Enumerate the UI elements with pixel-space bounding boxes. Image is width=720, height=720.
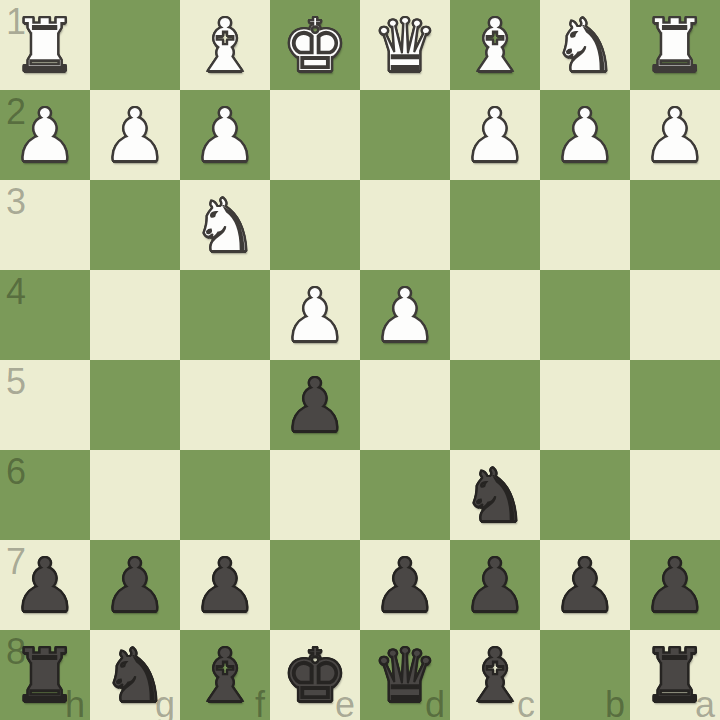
square-e2[interactable] <box>270 90 360 180</box>
white-pawn-icon[interactable]: ♟ <box>270 270 360 360</box>
white-pawn-icon[interactable]: ♟ <box>0 90 90 180</box>
black-pawn-icon[interactable]: ♟ <box>360 540 450 630</box>
rank-label-4: 4 <box>6 274 26 310</box>
square-f7[interactable]: ♟ <box>180 540 270 630</box>
square-a1[interactable]: ♜ <box>630 0 720 90</box>
rank-label-3: 3 <box>6 184 26 220</box>
square-a2[interactable]: ♟ <box>630 90 720 180</box>
square-c1[interactable]: ♝ <box>450 0 540 90</box>
white-rook-icon[interactable]: ♜ <box>0 0 90 90</box>
square-d3[interactable] <box>360 180 450 270</box>
chess-app: 1♜♝♚♛♝♞♜2♟♟♟♟♟♟3♞4♟♟5♟6♞7♟♟♟♟♟♟♟8h♜g♞f♝e… <box>0 0 720 720</box>
white-pawn-icon[interactable]: ♟ <box>90 90 180 180</box>
square-b7[interactable]: ♟ <box>540 540 630 630</box>
square-e8[interactable]: e♚ <box>270 630 360 720</box>
square-h6[interactable]: 6 <box>0 450 90 540</box>
black-pawn-icon[interactable]: ♟ <box>90 540 180 630</box>
chess-board: 1♜♝♚♛♝♞♜2♟♟♟♟♟♟3♞4♟♟5♟6♞7♟♟♟♟♟♟♟8h♜g♞f♝e… <box>0 0 720 720</box>
square-f6[interactable] <box>180 450 270 540</box>
square-a4[interactable] <box>630 270 720 360</box>
square-e6[interactable] <box>270 450 360 540</box>
black-king-icon[interactable]: ♚ <box>270 630 360 720</box>
square-c5[interactable] <box>450 360 540 450</box>
square-e5[interactable]: ♟ <box>270 360 360 450</box>
black-pawn-icon[interactable]: ♟ <box>630 540 720 630</box>
square-c6[interactable]: ♞ <box>450 450 540 540</box>
square-a3[interactable] <box>630 180 720 270</box>
black-knight-icon[interactable]: ♞ <box>90 630 180 720</box>
square-h4[interactable]: 4 <box>0 270 90 360</box>
square-h1[interactable]: 1♜ <box>0 0 90 90</box>
square-d8[interactable]: d♛ <box>360 630 450 720</box>
rank-label-6: 6 <box>6 454 26 490</box>
square-g7[interactable]: ♟ <box>90 540 180 630</box>
white-pawn-icon[interactable]: ♟ <box>630 90 720 180</box>
square-b8[interactable]: b <box>540 630 630 720</box>
square-a6[interactable] <box>630 450 720 540</box>
square-a8[interactable]: a♜ <box>630 630 720 720</box>
square-f3[interactable]: ♞ <box>180 180 270 270</box>
square-b6[interactable] <box>540 450 630 540</box>
square-g3[interactable] <box>90 180 180 270</box>
square-h2[interactable]: 2♟ <box>0 90 90 180</box>
square-g6[interactable] <box>90 450 180 540</box>
white-knight-icon[interactable]: ♞ <box>540 0 630 90</box>
square-e4[interactable]: ♟ <box>270 270 360 360</box>
square-g8[interactable]: g♞ <box>90 630 180 720</box>
white-bishop-icon[interactable]: ♝ <box>180 0 270 90</box>
square-g5[interactable] <box>90 360 180 450</box>
square-d1[interactable]: ♛ <box>360 0 450 90</box>
rank-label-5: 5 <box>6 364 26 400</box>
white-pawn-icon[interactable]: ♟ <box>360 270 450 360</box>
square-b2[interactable]: ♟ <box>540 90 630 180</box>
black-bishop-icon[interactable]: ♝ <box>180 630 270 720</box>
square-a7[interactable]: ♟ <box>630 540 720 630</box>
square-c8[interactable]: c♝ <box>450 630 540 720</box>
file-label-b: b <box>605 687 625 720</box>
square-a5[interactable] <box>630 360 720 450</box>
square-b5[interactable] <box>540 360 630 450</box>
square-f2[interactable]: ♟ <box>180 90 270 180</box>
black-pawn-icon[interactable]: ♟ <box>180 540 270 630</box>
square-c4[interactable] <box>450 270 540 360</box>
black-rook-icon[interactable]: ♜ <box>630 630 720 720</box>
square-h8[interactable]: 8h♜ <box>0 630 90 720</box>
square-f1[interactable]: ♝ <box>180 0 270 90</box>
square-g4[interactable] <box>90 270 180 360</box>
black-knight-icon[interactable]: ♞ <box>450 450 540 540</box>
white-knight-icon[interactable]: ♞ <box>180 180 270 270</box>
white-bishop-icon[interactable]: ♝ <box>450 0 540 90</box>
square-b4[interactable] <box>540 270 630 360</box>
square-c7[interactable]: ♟ <box>450 540 540 630</box>
white-rook-icon[interactable]: ♜ <box>630 0 720 90</box>
square-d6[interactable] <box>360 450 450 540</box>
white-pawn-icon[interactable]: ♟ <box>540 90 630 180</box>
square-d4[interactable]: ♟ <box>360 270 450 360</box>
square-d2[interactable] <box>360 90 450 180</box>
square-d5[interactable] <box>360 360 450 450</box>
white-king-icon[interactable]: ♚ <box>270 0 360 90</box>
black-pawn-icon[interactable]: ♟ <box>0 540 90 630</box>
square-f5[interactable] <box>180 360 270 450</box>
square-c2[interactable]: ♟ <box>450 90 540 180</box>
black-rook-icon[interactable]: ♜ <box>0 630 90 720</box>
white-queen-icon[interactable]: ♛ <box>360 0 450 90</box>
square-h5[interactable]: 5 <box>0 360 90 450</box>
square-c3[interactable] <box>450 180 540 270</box>
white-pawn-icon[interactable]: ♟ <box>450 90 540 180</box>
square-e3[interactable] <box>270 180 360 270</box>
square-d7[interactable]: ♟ <box>360 540 450 630</box>
square-e7[interactable] <box>270 540 360 630</box>
black-pawn-icon[interactable]: ♟ <box>450 540 540 630</box>
black-bishop-icon[interactable]: ♝ <box>450 630 540 720</box>
black-pawn-icon[interactable]: ♟ <box>270 360 360 450</box>
black-pawn-icon[interactable]: ♟ <box>540 540 630 630</box>
square-e1[interactable]: ♚ <box>270 0 360 90</box>
square-b3[interactable] <box>540 180 630 270</box>
black-queen-icon[interactable]: ♛ <box>360 630 450 720</box>
square-h7[interactable]: 7♟ <box>0 540 90 630</box>
square-f4[interactable] <box>180 270 270 360</box>
square-g1[interactable] <box>90 0 180 90</box>
square-f8[interactable]: f♝ <box>180 630 270 720</box>
square-h3[interactable]: 3 <box>0 180 90 270</box>
square-g2[interactable]: ♟ <box>90 90 180 180</box>
white-pawn-icon[interactable]: ♟ <box>180 90 270 180</box>
square-b1[interactable]: ♞ <box>540 0 630 90</box>
